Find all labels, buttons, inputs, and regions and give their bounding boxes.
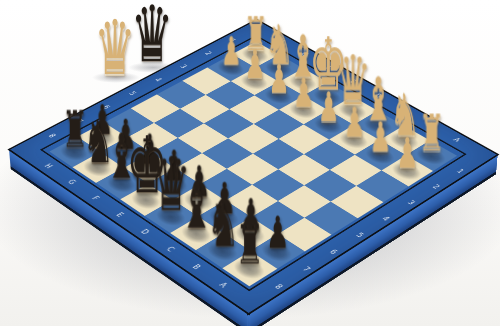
spare-black-queen: ♛: [126, 1, 179, 67]
white-pawn: ♟: [384, 135, 431, 171]
square-a2: ♟: [381, 155, 433, 186]
chess-set-photo: ♛ ♛ HGFEDCBA HGFEDCBA 12345678 12345678 …: [0, 0, 500, 326]
black-rook: ♜: [225, 223, 275, 269]
square-a8: ♜: [222, 251, 277, 286]
